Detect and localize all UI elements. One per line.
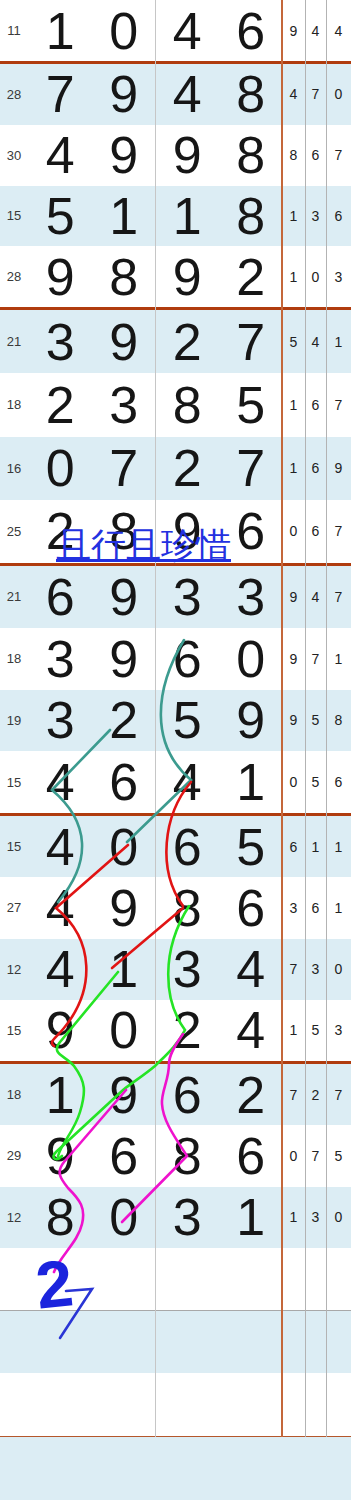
stat-cell: 0 [282,500,305,563]
stat-cell: 7 [326,500,351,563]
digit-cell: 2 [92,690,156,752]
stat-cell: 1 [282,373,305,436]
stat-cell: 3 [326,246,351,307]
stat-cell: 6 [305,373,326,436]
digit-cell: 8 [28,1187,92,1248]
digit-cell: 9 [28,1125,92,1186]
digit-cell: 1 [28,0,92,61]
stat-cell: 7 [282,939,305,1000]
stat-cell: 4 [305,0,326,61]
sum-cell: 19 [0,690,28,752]
stat-cell: 7 [326,566,351,628]
sum-cell: 16 [0,437,28,500]
sum-cell: 15 [0,751,28,813]
stat-cell: 6 [305,437,326,500]
watermark-text: 且行且珍惜 [56,522,231,569]
draw-row: 181962727 [0,1064,351,1125]
stat-cell: 5 [305,690,326,752]
digit-cell: 0 [92,816,156,877]
empty-row [0,1373,351,1436]
digit-cell: 9 [92,877,156,938]
digit-cell: 1 [219,751,283,813]
digit-cell: 8 [219,125,283,186]
stat-cell: 4 [326,0,351,61]
digit-cell: 3 [219,566,283,628]
sum-cell: 12 [0,1187,28,1248]
orange-column-divider [281,0,283,1437]
lottery-trend-screen: 1110469442879484703049988671551181362898… [0,0,351,1500]
sum-cell: 30 [0,125,28,186]
sum-cell: 21 [0,566,28,628]
digit-cell: 3 [28,310,92,373]
stat-cell: 3 [305,1187,326,1248]
stat-cell: 1 [326,816,351,877]
digit-cell: 6 [92,751,156,813]
stat-cell: 3 [305,939,326,1000]
stat-cell: 9 [282,690,305,752]
digit-cell: 4 [28,125,92,186]
digit-cell: 0 [92,1187,156,1248]
digit-cell: 8 [155,373,219,436]
digit-cell: 1 [155,186,219,247]
digit-cell: 9 [28,246,92,307]
stat-cell: 0 [326,1187,351,1248]
digit-cell: 8 [155,1125,219,1186]
stat-cell: 8 [282,125,305,186]
digit-cell: 9 [219,690,283,752]
draw-row: 111046944 [0,0,351,61]
stat-cell: 6 [305,125,326,186]
digit-cell: 1 [92,939,156,1000]
digit-cell: 4 [28,877,92,938]
digit-cell: 2 [155,1000,219,1061]
sum-cell: 18 [0,628,28,690]
sum-cell: 21 [0,310,28,373]
digit-cell: 8 [219,186,283,247]
sum-cell: 15 [0,816,28,877]
draw-row: 183960971 [0,628,351,690]
digit-cell: 8 [155,877,219,938]
stat-cell: 7 [326,373,351,436]
trend-table: 1110469442879484703049988671551181362898… [0,0,351,1248]
stat-cell: 8 [326,690,351,752]
digit-cell: 2 [155,310,219,373]
sum-cell: 25 [0,500,28,563]
stat-cell: 1 [326,310,351,373]
digit-cell: 1 [92,186,156,247]
sum-cell: 27 [0,877,28,938]
digit-cell: 7 [219,310,283,373]
draw-row: 287948470 [0,64,351,125]
digit-cell: 0 [92,0,156,61]
stat-cell: 5 [305,1000,326,1061]
digit-cell: 9 [155,246,219,307]
digit-cell: 4 [28,751,92,813]
digit-cell: 4 [155,751,219,813]
digit-cell: 1 [219,1187,283,1248]
digit-cell: 6 [155,1064,219,1125]
stat-cell: 3 [282,877,305,938]
digit-cell: 5 [155,690,219,752]
sum-cell: 12 [0,939,28,1000]
digit-cell: 9 [92,125,156,186]
digit-cell: 3 [155,566,219,628]
sum-cell: 15 [0,186,28,247]
draw-row: 274986361 [0,877,351,938]
stat-cell: 4 [305,566,326,628]
digit-cell: 2 [219,246,283,307]
stat-cell: 5 [326,1125,351,1186]
stat-cell: 1 [326,877,351,938]
stat-cell: 2 [305,1064,326,1125]
digit-cell: 8 [92,246,156,307]
digit-cell: 4 [219,1000,283,1061]
digit-cell: 7 [219,437,283,500]
draw-row: 193259958 [0,690,351,752]
stat-cell: 5 [305,751,326,813]
stat-cell: 0 [282,751,305,813]
digit-cell: 6 [155,816,219,877]
stat-cell: 0 [326,64,351,125]
digit-cell: 6 [219,1125,283,1186]
digit-cell: 5 [28,186,92,247]
handwritten-2: 2 [32,1244,76,1323]
digit-cell: 4 [155,0,219,61]
main-column-divider [155,0,156,1437]
digit-cell: 6 [92,1125,156,1186]
digit-cell: 3 [92,373,156,436]
draw-row: 299686075 [0,1125,351,1186]
draw-row: 213927541 [0,310,351,373]
stat-cell: 0 [305,246,326,307]
digit-cell: 7 [28,64,92,125]
draw-row: 155118136 [0,186,351,247]
digit-cell: 9 [92,566,156,628]
stat-cell: 9 [282,0,305,61]
digit-cell: 6 [28,566,92,628]
stat-cell: 0 [282,1125,305,1186]
draw-row: 216933947 [0,566,351,628]
stat-cell: 6 [326,186,351,247]
sum-cell: 28 [0,246,28,307]
stat-cell: 7 [326,1064,351,1125]
stat-cell: 1 [282,1187,305,1248]
stat-cell: 7 [305,64,326,125]
draw-row: 289892103 [0,246,351,307]
stat-column-divider [305,0,306,1437]
digit-cell: 0 [219,628,283,690]
digit-cell: 6 [219,0,283,61]
digit-cell: 1 [28,1064,92,1125]
digit-cell: 3 [28,628,92,690]
stat-cell: 3 [305,186,326,247]
stat-cell: 1 [282,1000,305,1061]
digit-cell: 4 [28,939,92,1000]
stat-cell: 9 [282,628,305,690]
stat-column-divider [326,0,327,1437]
digit-cell: 7 [92,437,156,500]
digit-cell: 4 [28,816,92,877]
digit-cell: 9 [28,1000,92,1061]
stat-cell: 7 [282,1064,305,1125]
digit-cell: 9 [92,310,156,373]
digit-cell: 2 [219,1064,283,1125]
stat-cell: 6 [282,816,305,877]
digit-cell: 6 [155,628,219,690]
stat-cell: 1 [282,246,305,307]
digit-cell: 6 [219,877,283,938]
stat-cell: 1 [282,437,305,500]
stat-cell: 6 [326,751,351,813]
digit-cell: 9 [92,1064,156,1125]
digit-cell: 4 [155,64,219,125]
digit-cell: 3 [155,1187,219,1248]
digit-cell: 8 [219,64,283,125]
sum-cell: 28 [0,64,28,125]
digit-cell: 0 [92,1000,156,1061]
sum-cell: 11 [0,0,28,61]
sum-cell: 18 [0,1064,28,1125]
stat-cell: 9 [282,566,305,628]
digit-cell: 3 [155,939,219,1000]
stat-cell: 6 [305,500,326,563]
stat-cell: 7 [305,1125,326,1186]
digit-cell: 0 [28,437,92,500]
stat-cell: 5 [282,310,305,373]
stat-cell: 1 [326,628,351,690]
stat-cell: 4 [305,310,326,373]
digit-cell: 3 [28,690,92,752]
draw-row: 304998867 [0,125,351,186]
digit-cell: 4 [219,939,283,1000]
sum-cell: 15 [0,1000,28,1061]
sum-cell: 18 [0,373,28,436]
draw-row: 160727169 [0,437,351,500]
draw-row: 128031130 [0,1187,351,1248]
digit-cell: 2 [28,373,92,436]
stat-cell: 3 [326,1000,351,1061]
stat-cell: 7 [305,628,326,690]
digit-cell: 5 [219,816,283,877]
stat-cell: 1 [305,816,326,877]
digit-cell: 2 [155,437,219,500]
digit-cell: 5 [219,373,283,436]
footer-band [0,1437,351,1500]
digit-cell: 9 [92,64,156,125]
stat-cell: 4 [282,64,305,125]
draw-row: 154641056 [0,751,351,813]
digit-cell: 9 [155,125,219,186]
draw-row: 182385167 [0,373,351,436]
stat-cell: 1 [282,186,305,247]
digit-cell: 9 [92,628,156,690]
stat-cell: 9 [326,437,351,500]
draw-row: 154065611 [0,816,351,877]
stat-cell: 7 [326,125,351,186]
stat-cell: 6 [305,877,326,938]
sum-cell: 29 [0,1125,28,1186]
draw-row: 124134730 [0,939,351,1000]
draw-row: 159024153 [0,1000,351,1061]
stat-cell: 0 [326,939,351,1000]
